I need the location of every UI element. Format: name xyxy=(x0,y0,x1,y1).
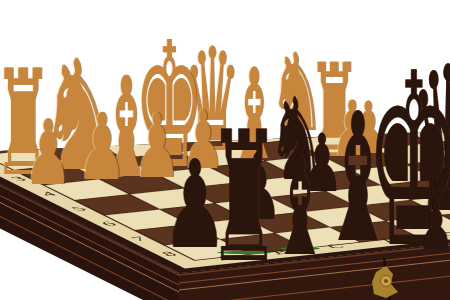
chess-set-photo: 12345678ABCDEFGH ♞♛♜♟♝♟♚♞♟♜♝♟♞♟♟♟♛♟♟♝♚♟♟… xyxy=(0,0,450,300)
board-side-panel xyxy=(0,0,450,300)
board-front-side-face xyxy=(179,217,450,300)
board-left-side-face xyxy=(0,134,179,300)
